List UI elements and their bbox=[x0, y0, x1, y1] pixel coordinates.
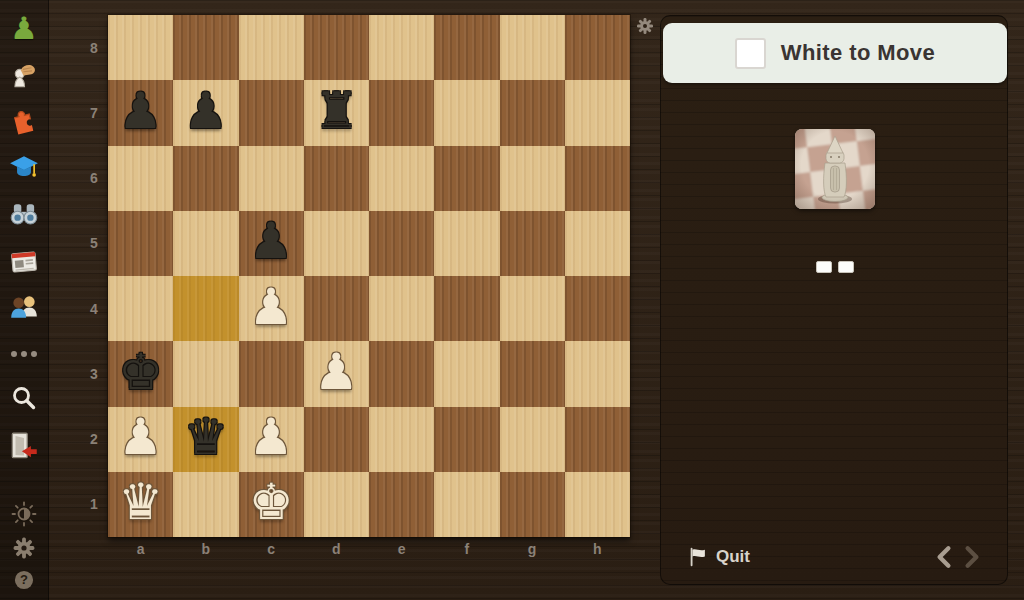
rank-label-8: 8 bbox=[84, 15, 104, 80]
sidebar-item-more[interactable] bbox=[0, 336, 48, 372]
chevron-left-icon bbox=[936, 545, 952, 569]
square-g7[interactable] bbox=[500, 80, 565, 145]
square-h2[interactable] bbox=[565, 407, 630, 472]
question-mark-icon: ? bbox=[11, 567, 37, 593]
square-f1[interactable] bbox=[434, 472, 499, 537]
info-panel: White to Move bbox=[660, 15, 1008, 585]
sidebar-item-news[interactable] bbox=[0, 244, 48, 280]
white-side-square-icon bbox=[735, 38, 766, 69]
file-label-a: a bbox=[108, 538, 173, 560]
rank-label-7: 7 bbox=[84, 80, 104, 145]
black-queen[interactable]: ♛ bbox=[173, 405, 238, 470]
square-f8[interactable] bbox=[434, 15, 499, 80]
file-label-f: f bbox=[434, 538, 499, 560]
square-a6[interactable] bbox=[108, 146, 173, 211]
black-rook[interactable]: ♜ bbox=[304, 78, 369, 143]
square-g4[interactable] bbox=[500, 276, 565, 341]
square-e2[interactable] bbox=[369, 407, 434, 472]
square-d6[interactable] bbox=[304, 146, 369, 211]
puzzle-piece-icon bbox=[8, 106, 40, 138]
placeholder-dash bbox=[838, 261, 854, 273]
newspaper-icon bbox=[8, 246, 40, 278]
square-e3[interactable] bbox=[369, 341, 434, 406]
ellipsis-icon bbox=[7, 345, 41, 363]
square-e5[interactable] bbox=[369, 211, 434, 276]
chevron-right-icon bbox=[964, 545, 980, 569]
square-g5[interactable] bbox=[500, 211, 565, 276]
square-d3[interactable]: ♟ bbox=[304, 341, 369, 406]
square-g6[interactable] bbox=[500, 146, 565, 211]
black-pawn[interactable]: ♟ bbox=[108, 78, 173, 143]
sidebar-item-friends[interactable] bbox=[0, 289, 48, 325]
square-a3[interactable]: ♚ bbox=[108, 341, 173, 406]
file-label-b: b bbox=[173, 538, 238, 560]
rank-label-5: 5 bbox=[84, 211, 104, 276]
square-f5[interactable] bbox=[434, 211, 499, 276]
rank-label-4: 4 bbox=[84, 276, 104, 341]
app-window: ♟ bbox=[0, 0, 1024, 600]
opponent-piece-photo bbox=[795, 129, 875, 209]
square-b1[interactable] bbox=[173, 472, 238, 537]
sidebar-item-learn[interactable] bbox=[0, 150, 48, 186]
square-b3[interactable] bbox=[173, 341, 238, 406]
binoculars-icon bbox=[8, 199, 40, 231]
square-c3[interactable] bbox=[239, 341, 304, 406]
square-d8[interactable] bbox=[304, 15, 369, 80]
square-a4[interactable] bbox=[108, 276, 173, 341]
svg-text:?: ? bbox=[20, 572, 28, 587]
square-g2[interactable] bbox=[500, 407, 565, 472]
sidebar-item-exit[interactable] bbox=[0, 428, 48, 464]
quit-button[interactable]: Quit bbox=[687, 542, 750, 572]
square-c2[interactable]: ♟ bbox=[239, 407, 304, 472]
hand-holding-pawn-icon bbox=[8, 60, 40, 92]
square-h4[interactable] bbox=[565, 276, 630, 341]
square-b5[interactable] bbox=[173, 211, 238, 276]
square-a1[interactable]: ♛ bbox=[108, 472, 173, 537]
square-c4[interactable]: ♟ bbox=[239, 276, 304, 341]
rank-label-6: 6 bbox=[84, 146, 104, 211]
white-pawn[interactable]: ♟ bbox=[304, 339, 369, 404]
file-label-e: e bbox=[369, 538, 434, 560]
square-c8[interactable] bbox=[239, 15, 304, 80]
black-pawn[interactable]: ♟ bbox=[173, 78, 238, 143]
square-c6[interactable] bbox=[239, 146, 304, 211]
square-d7[interactable]: ♜ bbox=[304, 80, 369, 145]
square-d1[interactable] bbox=[304, 472, 369, 537]
file-label-g: g bbox=[500, 538, 565, 560]
square-a2[interactable]: ♟ bbox=[108, 407, 173, 472]
sidebar: ♟ bbox=[0, 0, 49, 600]
square-b6[interactable] bbox=[173, 146, 238, 211]
square-b8[interactable] bbox=[173, 15, 238, 80]
white-queen[interactable]: ♛ bbox=[108, 470, 173, 535]
black-king[interactable]: ♚ bbox=[108, 339, 173, 404]
square-f4[interactable] bbox=[434, 276, 499, 341]
square-b4[interactable] bbox=[173, 276, 238, 341]
square-g8[interactable] bbox=[500, 15, 565, 80]
people-icon bbox=[8, 291, 40, 323]
white-pawn[interactable]: ♟ bbox=[239, 274, 304, 339]
white-pawn[interactable]: ♟ bbox=[239, 405, 304, 470]
square-f2[interactable] bbox=[434, 407, 499, 472]
status-text: White to Move bbox=[781, 40, 935, 66]
square-e7[interactable] bbox=[369, 80, 434, 145]
square-d2[interactable] bbox=[304, 407, 369, 472]
rank-labels: 87654321 bbox=[84, 15, 104, 537]
square-d4[interactable] bbox=[304, 276, 369, 341]
white-pawn[interactable]: ♟ bbox=[108, 405, 173, 470]
square-a5[interactable] bbox=[108, 211, 173, 276]
square-e6[interactable] bbox=[369, 146, 434, 211]
sidebar-item-puzzles[interactable] bbox=[0, 104, 48, 140]
placeholder-dash bbox=[816, 261, 832, 273]
green-pawn-icon: ♟ bbox=[10, 13, 38, 44]
white-king[interactable]: ♚ bbox=[239, 470, 304, 535]
sidebar-item-settings[interactable] bbox=[0, 530, 48, 566]
rank-label-1: 1 bbox=[84, 472, 104, 537]
square-h3[interactable] bbox=[565, 341, 630, 406]
square-a8[interactable] bbox=[108, 15, 173, 80]
quit-label: Quit bbox=[716, 547, 750, 567]
square-h6[interactable] bbox=[565, 146, 630, 211]
next-move-button[interactable] bbox=[961, 543, 983, 571]
square-h8[interactable] bbox=[565, 15, 630, 80]
square-b2[interactable]: ♛ bbox=[173, 407, 238, 472]
square-e8[interactable] bbox=[369, 15, 434, 80]
sidebar-item-search[interactable] bbox=[0, 380, 48, 416]
file-labels: abcdefgh bbox=[108, 538, 630, 560]
sidebar-item-help[interactable]: ? bbox=[0, 562, 48, 598]
file-label-h: h bbox=[565, 538, 630, 560]
file-label-c: c bbox=[239, 538, 304, 560]
square-g1[interactable] bbox=[500, 472, 565, 537]
square-g3[interactable] bbox=[500, 341, 565, 406]
sidebar-item-play-computer[interactable] bbox=[0, 58, 48, 94]
board-gear-icon bbox=[635, 16, 655, 36]
graduation-cap-icon bbox=[8, 152, 40, 184]
square-f6[interactable] bbox=[434, 146, 499, 211]
square-f3[interactable] bbox=[434, 341, 499, 406]
square-e4[interactable] bbox=[369, 276, 434, 341]
file-label-d: d bbox=[304, 538, 369, 560]
square-h1[interactable] bbox=[565, 472, 630, 537]
square-f7[interactable] bbox=[434, 80, 499, 145]
square-e1[interactable] bbox=[369, 472, 434, 537]
board-settings-button[interactable] bbox=[635, 16, 655, 36]
square-h7[interactable] bbox=[565, 80, 630, 145]
chess-board: ♟♟♜♟♟♚♟♟♛♟♛♚ bbox=[108, 15, 630, 537]
gear-icon bbox=[11, 535, 37, 561]
sidebar-item-brightness[interactable] bbox=[0, 496, 48, 532]
door-exit-icon bbox=[7, 429, 41, 463]
square-b7[interactable]: ♟ bbox=[173, 80, 238, 145]
sidebar-item-play[interactable]: ♟ bbox=[0, 10, 48, 46]
player-placeholder bbox=[661, 261, 1009, 273]
black-pawn[interactable]: ♟ bbox=[239, 209, 304, 274]
sidebar-item-watch[interactable] bbox=[0, 197, 48, 233]
square-h5[interactable] bbox=[565, 211, 630, 276]
square-c7[interactable] bbox=[239, 80, 304, 145]
square-a7[interactable]: ♟ bbox=[108, 80, 173, 145]
status-card: White to Move bbox=[663, 23, 1007, 83]
rank-label-3: 3 bbox=[84, 341, 104, 406]
square-d5[interactable] bbox=[304, 211, 369, 276]
square-c5[interactable]: ♟ bbox=[239, 211, 304, 276]
flag-icon bbox=[687, 546, 709, 568]
magnifier-icon bbox=[9, 383, 39, 413]
prev-move-button[interactable] bbox=[933, 543, 955, 571]
brightness-icon bbox=[9, 499, 39, 529]
rank-label-2: 2 bbox=[84, 407, 104, 472]
square-c1[interactable]: ♚ bbox=[239, 472, 304, 537]
